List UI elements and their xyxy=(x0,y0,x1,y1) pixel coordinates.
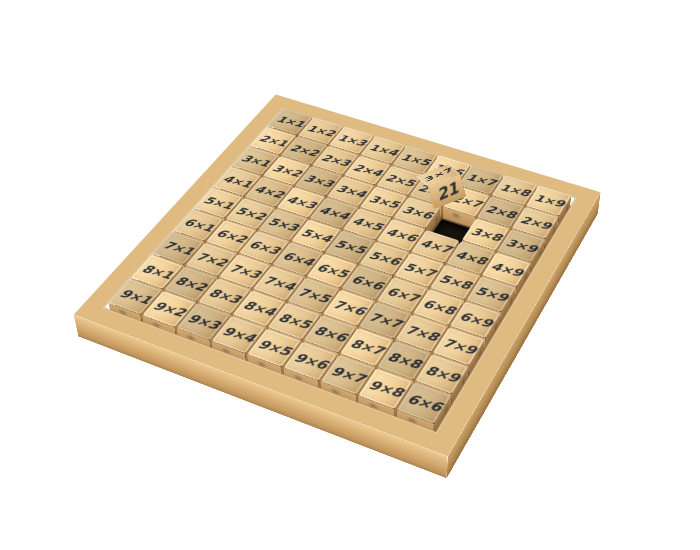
cube-label: 4×4 xyxy=(317,205,351,222)
cube-label: 4×5 xyxy=(350,215,384,232)
cube-label: 6×1 xyxy=(181,216,216,233)
cube-label: 9×8 xyxy=(366,378,405,400)
cube-label: 5×2 xyxy=(233,205,267,222)
cube-label: 2×9 xyxy=(518,214,552,231)
cube-label: 7×2 xyxy=(193,250,229,268)
cube-label: 4×3 xyxy=(284,194,318,211)
cube-label: 6×6 xyxy=(349,273,385,292)
cube-label: 2×3 xyxy=(319,153,352,168)
cube-label: 7×3 xyxy=(226,262,262,280)
cube-label: 5×4 xyxy=(299,227,334,244)
cube-label: 1×4 xyxy=(367,142,399,157)
cube-label: 1×1 xyxy=(274,114,306,128)
cube-label: 7×6 xyxy=(330,298,367,318)
cube-label: 6×6 xyxy=(404,392,443,414)
cube-label: 2×2 xyxy=(288,143,320,158)
cube-label: 2×1 xyxy=(257,133,289,148)
cube-label: 7×8 xyxy=(403,323,440,343)
cube-label: 9×2 xyxy=(150,299,187,319)
cube-label: 6×2 xyxy=(213,227,248,244)
cube-label: 4×2 xyxy=(252,184,286,200)
cube-label: 8×9 xyxy=(423,363,461,384)
cube-label: 1×3 xyxy=(335,133,367,148)
cube-label: 1×5 xyxy=(399,152,431,167)
cube-label: 8×1 xyxy=(139,263,175,281)
cube-label: 8×3 xyxy=(206,286,243,305)
cube-label: 3×6 xyxy=(400,204,434,221)
cube-label: 5×9 xyxy=(473,285,509,304)
cube-label: 3×4 xyxy=(334,183,367,199)
cube-label: 2×8 xyxy=(483,203,517,220)
cube-label: 6×9 xyxy=(457,310,494,330)
cube-label: 1×8 xyxy=(498,182,531,198)
cube-label: 1×7 xyxy=(464,172,497,188)
cube-label: 4×1 xyxy=(220,173,253,189)
cube-label: 5×3 xyxy=(265,216,299,233)
cube-label: 1×9 xyxy=(532,192,565,209)
cube-label: 4×7 xyxy=(418,237,453,255)
cube-label: 9×4 xyxy=(219,324,257,344)
cube-label: 4×9 xyxy=(489,260,524,278)
product-photo: 1×11×21×31×41×51×61×71×81×92×12×22×32×42… xyxy=(0,0,700,550)
cube-label: 7×7 xyxy=(366,310,403,330)
lifted-cube-answer: 21 xyxy=(434,178,460,204)
cube-label: 6×3 xyxy=(246,239,281,257)
cube-label: 9×7 xyxy=(328,364,366,386)
cube-label: 1×2 xyxy=(305,123,337,138)
cube-label: 8×5 xyxy=(275,311,312,331)
cube-label: 3×3 xyxy=(302,173,335,189)
cube-label: 7×5 xyxy=(295,286,331,305)
cube-label: 5×7 xyxy=(401,261,436,279)
cube-label: 6×4 xyxy=(280,250,315,268)
cube-label: 4×8 xyxy=(453,249,488,267)
cube-label: 3×5 xyxy=(367,193,401,210)
cube-label: 4×6 xyxy=(384,226,418,243)
cube-label: 2×5 xyxy=(383,172,416,188)
cube-label: 6×5 xyxy=(314,261,350,279)
cube-label: 9×1 xyxy=(117,287,154,306)
cube-label: 7×4 xyxy=(260,274,296,293)
cube-label: 9×5 xyxy=(255,337,293,358)
cube-label: 7×9 xyxy=(440,336,477,357)
cube-label: 9×3 xyxy=(185,312,222,332)
cube-label: 3×8 xyxy=(469,226,503,243)
cube-label: 5×5 xyxy=(332,238,367,256)
cube-label: 5×8 xyxy=(437,273,473,292)
cube-label: 3×2 xyxy=(270,163,303,179)
cube-label: 6×8 xyxy=(420,297,456,316)
cube-label: 8×8 xyxy=(385,350,423,371)
cube-label: 8×4 xyxy=(240,299,277,319)
cube-label: 3×1 xyxy=(239,153,272,168)
cube-label: 2×4 xyxy=(351,162,384,178)
cube-label: 8×2 xyxy=(172,274,208,293)
cube-label: 6×7 xyxy=(384,285,420,304)
cube-label: 7×1 xyxy=(160,239,195,257)
cube-label: 5×1 xyxy=(201,195,235,212)
cube-label: 8×6 xyxy=(311,324,348,344)
cube-label: 8×7 xyxy=(348,337,386,358)
cube-label: 9×6 xyxy=(291,350,329,371)
cube-label: 5×6 xyxy=(366,249,401,267)
cube-label: 3×9 xyxy=(504,237,539,255)
